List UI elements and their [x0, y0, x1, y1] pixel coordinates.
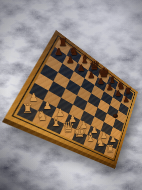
board-clasp-knob [113, 114, 118, 118]
photo-scene: ♜♞♝♛♚♝♞♜♟♟♟♟♟♟♟♟♟♟♟♟♟♟♟♟♜♞♝♛♚♝♞♜ [0, 0, 142, 190]
